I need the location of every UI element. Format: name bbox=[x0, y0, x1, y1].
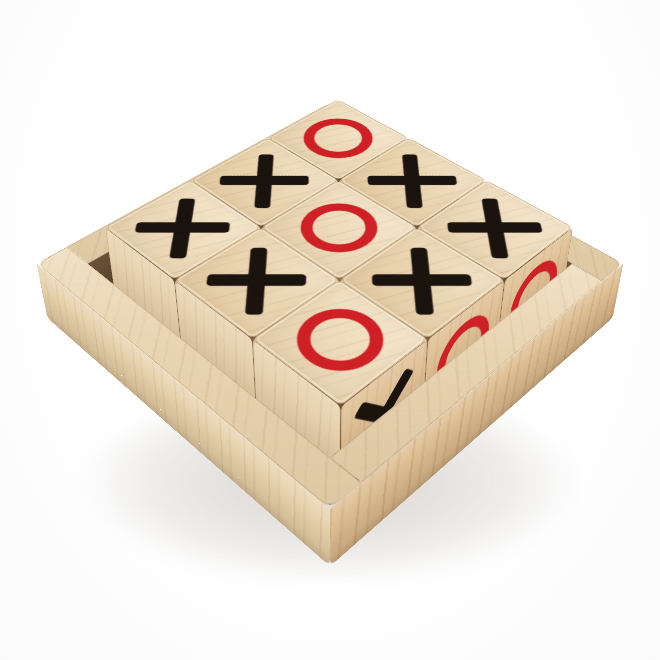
x-bar bbox=[135, 222, 230, 232]
x-bar bbox=[206, 274, 306, 285]
x-bar bbox=[368, 176, 457, 185]
x-bar bbox=[372, 274, 472, 285]
o-ring bbox=[279, 297, 400, 384]
o-ring bbox=[285, 194, 393, 263]
x-bar bbox=[219, 176, 308, 185]
photo-scene bbox=[0, 0, 660, 660]
x-bar bbox=[447, 222, 542, 232]
